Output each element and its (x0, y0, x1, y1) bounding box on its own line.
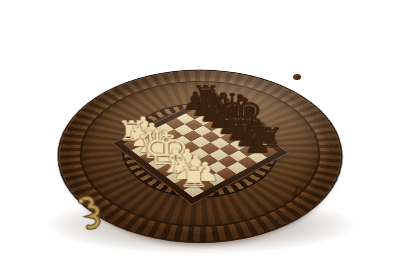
round-carved-board: ♜♞♝♛♚♝♞♜♟♟♟♟♟♟♟♟♟♟♟♟♟♟♟♟♜♞♝♛♚♝♞♜ (5, 42, 400, 267)
scene: ♜♞♝♛♚♝♞♜♟♟♟♟♟♟♟♟♟♟♟♟♟♟♟♟♜♞♝♛♚♝♞♜ (0, 0, 400, 267)
product-photo: ♜♞♝♛♚♝♞♜♟♟♟♟♟♟♟♟♟♟♟♟♟♟♟♟♜♞♝♛♚♝♞♜ (0, 0, 400, 267)
hinge-knob (293, 74, 301, 80)
